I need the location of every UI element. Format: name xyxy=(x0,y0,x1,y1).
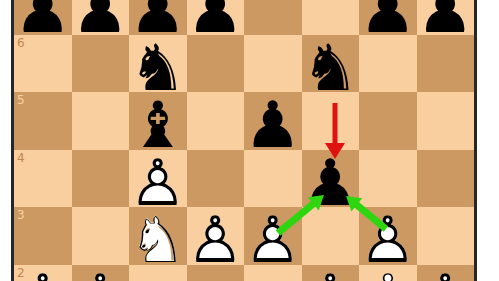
piece-bp-e5: ♟ xyxy=(244,92,302,150)
piece-bp-h7: ♟ xyxy=(417,0,475,35)
square-a7[interactable]: 7♟ xyxy=(14,0,72,35)
square-f6[interactable]: ♞ xyxy=(302,35,360,93)
square-h6[interactable] xyxy=(417,35,475,93)
square-a4[interactable]: 4 xyxy=(14,150,72,208)
square-e2[interactable] xyxy=(244,265,302,281)
square-a3[interactable]: 3 xyxy=(14,207,72,265)
piece-bn-f6: ♞ xyxy=(302,35,360,93)
square-h4[interactable] xyxy=(417,150,475,208)
square-f5[interactable] xyxy=(302,92,360,150)
square-h3[interactable] xyxy=(417,207,475,265)
square-h5[interactable] xyxy=(417,92,475,150)
chess-board-viewport: 87♟♟♟♟♟♟6♞♞5♝♟4♟♙♟3♞♘♟♙♟♙♟♙2♟♙♟♙♟♙♝♗♟♙1 xyxy=(0,0,499,281)
square-h2[interactable]: ♟♙ xyxy=(417,265,475,281)
piece-wb-g2: ♝♗ xyxy=(359,265,417,281)
square-h7[interactable]: ♟ xyxy=(417,0,475,35)
piece-wp-f2: ♟♙ xyxy=(302,265,360,281)
piece-bn-c6: ♞ xyxy=(129,35,187,93)
square-a6[interactable]: 6 xyxy=(14,35,72,93)
piece-bp-f4: ♟ xyxy=(302,150,360,208)
piece-wp-e3: ♟♙ xyxy=(244,207,302,265)
piece-bp-d7: ♟ xyxy=(187,0,245,35)
square-d7[interactable]: ♟ xyxy=(187,0,245,35)
piece-wp-a2: ♟♙ xyxy=(14,265,72,281)
square-d6[interactable] xyxy=(187,35,245,93)
square-c2[interactable] xyxy=(129,265,187,281)
square-b5[interactable] xyxy=(72,92,130,150)
square-e5[interactable]: ♟ xyxy=(244,92,302,150)
square-f4[interactable]: ♟ xyxy=(302,150,360,208)
piece-bp-c7: ♟ xyxy=(129,0,187,35)
square-g4[interactable] xyxy=(359,150,417,208)
square-g2[interactable]: ♝♗ xyxy=(359,265,417,281)
piece-bb-c5: ♝ xyxy=(129,92,187,150)
piece-wp-b2: ♟♙ xyxy=(72,265,130,281)
square-g6[interactable] xyxy=(359,35,417,93)
square-d5[interactable] xyxy=(187,92,245,150)
rank-label-5: 5 xyxy=(17,94,25,106)
chessboard: 87♟♟♟♟♟♟6♞♞5♝♟4♟♙♟3♞♘♟♙♟♙♟♙2♟♙♟♙♟♙♝♗♟♙1 xyxy=(14,0,474,281)
square-e6[interactable] xyxy=(244,35,302,93)
square-f7[interactable] xyxy=(302,0,360,35)
square-f2[interactable]: ♟♙ xyxy=(302,265,360,281)
piece-bp-g7: ♟ xyxy=(359,0,417,35)
piece-wp-c4: ♟♙ xyxy=(129,150,187,208)
square-e3[interactable]: ♟♙ xyxy=(244,207,302,265)
piece-wp-g3: ♟♙ xyxy=(359,207,417,265)
piece-bp-a7: ♟ xyxy=(14,0,72,35)
square-b3[interactable] xyxy=(72,207,130,265)
square-c5[interactable]: ♝ xyxy=(129,92,187,150)
rank-label-3: 3 xyxy=(17,209,25,221)
rank-label-4: 4 xyxy=(17,152,25,164)
piece-wp-d3: ♟♙ xyxy=(187,207,245,265)
piece-wp-h2: ♟♙ xyxy=(417,265,475,281)
square-b7[interactable]: ♟ xyxy=(72,0,130,35)
square-g7[interactable]: ♟ xyxy=(359,0,417,35)
square-c7[interactable]: ♟ xyxy=(129,0,187,35)
square-a5[interactable]: 5 xyxy=(14,92,72,150)
square-g3[interactable]: ♟♙ xyxy=(359,207,417,265)
board-frame: 87♟♟♟♟♟♟6♞♞5♝♟4♟♙♟3♞♘♟♙♟♙♟♙2♟♙♟♙♟♙♝♗♟♙1 xyxy=(11,0,477,281)
square-b4[interactable] xyxy=(72,150,130,208)
square-b6[interactable] xyxy=(72,35,130,93)
square-d3[interactable]: ♟♙ xyxy=(187,207,245,265)
square-d2[interactable] xyxy=(187,265,245,281)
square-c4[interactable]: ♟♙ xyxy=(129,150,187,208)
piece-bp-b7: ♟ xyxy=(72,0,130,35)
square-c6[interactable]: ♞ xyxy=(129,35,187,93)
square-a2[interactable]: 2♟♙ xyxy=(14,265,72,281)
square-b2[interactable]: ♟♙ xyxy=(72,265,130,281)
square-f3[interactable] xyxy=(302,207,360,265)
square-g5[interactable] xyxy=(359,92,417,150)
square-c3[interactable]: ♞♘ xyxy=(129,207,187,265)
square-d4[interactable] xyxy=(187,150,245,208)
square-e7[interactable] xyxy=(244,0,302,35)
rank-label-6: 6 xyxy=(17,37,25,49)
square-e4[interactable] xyxy=(244,150,302,208)
piece-wn-c3: ♞♘ xyxy=(129,207,187,265)
